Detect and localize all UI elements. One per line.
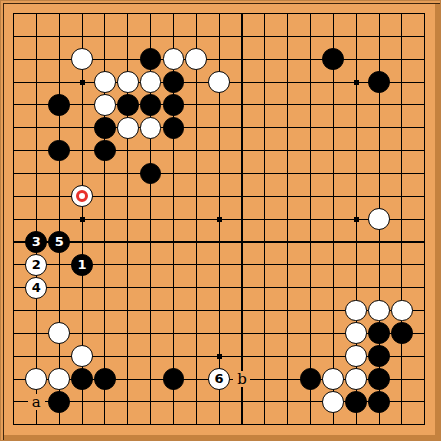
- intersection: [116, 322, 139, 345]
- intersection: [48, 71, 71, 94]
- intersection: [48, 139, 71, 162]
- intersection: [71, 345, 94, 368]
- intersection: [413, 276, 436, 299]
- intersection: [71, 116, 94, 139]
- intersection: [299, 208, 322, 231]
- intersection: b: [231, 368, 254, 391]
- intersection: [345, 322, 368, 345]
- intersection: [322, 93, 345, 116]
- intersection: [25, 322, 48, 345]
- intersection: [93, 299, 116, 322]
- intersection: [231, 71, 254, 94]
- intersection: [368, 185, 391, 208]
- intersection: [390, 2, 413, 25]
- intersection: [2, 139, 25, 162]
- intersection: [116, 299, 139, 322]
- intersection: [208, 231, 231, 254]
- intersection: [185, 276, 208, 299]
- intersection: [345, 208, 368, 231]
- intersection: [253, 208, 276, 231]
- intersection: [322, 48, 345, 71]
- intersection: [208, 25, 231, 48]
- intersection: [208, 93, 231, 116]
- white-stone: [345, 368, 367, 390]
- intersection: 6: [208, 368, 231, 391]
- intersection: [185, 253, 208, 276]
- intersection: [299, 162, 322, 185]
- intersection: [116, 185, 139, 208]
- intersection: [413, 345, 436, 368]
- intersection: [253, 185, 276, 208]
- intersection: [71, 139, 94, 162]
- intersection: [2, 162, 25, 185]
- black-stone: [140, 94, 162, 116]
- intersection: [2, 48, 25, 71]
- move-number: 4: [32, 281, 41, 294]
- intersection: [139, 413, 162, 436]
- intersection: [299, 345, 322, 368]
- intersection: [185, 390, 208, 413]
- intersection: [2, 185, 25, 208]
- intersection: [368, 276, 391, 299]
- intersection: [185, 299, 208, 322]
- intersection: [345, 25, 368, 48]
- intersection: [413, 25, 436, 48]
- intersection: [162, 299, 185, 322]
- intersection: [93, 71, 116, 94]
- intersection: [71, 25, 94, 48]
- white-stone: [117, 117, 139, 139]
- intersection: [25, 116, 48, 139]
- black-stone: [300, 368, 322, 390]
- intersection: [276, 139, 299, 162]
- intersection: [299, 71, 322, 94]
- intersection: [139, 208, 162, 231]
- intersection: [413, 139, 436, 162]
- intersection: [276, 231, 299, 254]
- intersection: [116, 2, 139, 25]
- intersection: [368, 48, 391, 71]
- intersection: 3: [25, 231, 48, 254]
- intersection: [139, 253, 162, 276]
- intersection: [276, 276, 299, 299]
- intersection: [231, 48, 254, 71]
- black-stone: [163, 94, 185, 116]
- intersection: [93, 253, 116, 276]
- intersection: [299, 116, 322, 139]
- intersection: [345, 48, 368, 71]
- intersection: [116, 231, 139, 254]
- intersection: [185, 322, 208, 345]
- intersection: [162, 162, 185, 185]
- intersection: [345, 390, 368, 413]
- intersection: [162, 390, 185, 413]
- white-stone: [71, 185, 93, 207]
- intersection: [253, 162, 276, 185]
- black-stone: [163, 71, 185, 93]
- intersection: [25, 93, 48, 116]
- intersection: [299, 299, 322, 322]
- intersection: [93, 368, 116, 391]
- intersection: [253, 71, 276, 94]
- intersection: [71, 162, 94, 185]
- intersection: [231, 253, 254, 276]
- intersection: 2: [25, 253, 48, 276]
- intersection: [413, 413, 436, 436]
- intersection: [231, 208, 254, 231]
- intersection: [345, 93, 368, 116]
- intersection: [322, 368, 345, 391]
- black-stone: [368, 345, 390, 367]
- intersection: [299, 93, 322, 116]
- intersection: [48, 322, 71, 345]
- intersection: [93, 162, 116, 185]
- intersection: [48, 299, 71, 322]
- intersection: [368, 116, 391, 139]
- black-stone: [163, 117, 185, 139]
- intersection: [276, 253, 299, 276]
- intersection: [116, 139, 139, 162]
- intersection: [162, 368, 185, 391]
- black-stone: [368, 322, 390, 344]
- white-stone: [71, 345, 93, 367]
- intersection: [390, 48, 413, 71]
- black-stone: [94, 368, 116, 390]
- intersection: [25, 185, 48, 208]
- move-number: 1: [78, 258, 87, 271]
- intersection: [116, 413, 139, 436]
- intersection: [93, 93, 116, 116]
- intersection: [345, 276, 368, 299]
- white-stone: 2: [25, 254, 47, 276]
- intersection: [276, 185, 299, 208]
- black-stone: [117, 94, 139, 116]
- intersection: [162, 208, 185, 231]
- intersection: [253, 299, 276, 322]
- intersection: [2, 345, 25, 368]
- intersection: [185, 93, 208, 116]
- black-stone: [163, 368, 185, 390]
- intersection: [116, 48, 139, 71]
- intersection: a: [25, 390, 48, 413]
- intersection: [299, 253, 322, 276]
- white-stone: [322, 391, 344, 413]
- move-number: 5: [55, 235, 64, 248]
- intersection: [413, 162, 436, 185]
- intersection: [276, 345, 299, 368]
- intersection: [299, 368, 322, 391]
- intersection: [185, 368, 208, 391]
- intersection: [368, 71, 391, 94]
- intersection: [253, 345, 276, 368]
- intersection: [162, 322, 185, 345]
- intersection: [162, 276, 185, 299]
- intersection: [48, 162, 71, 185]
- black-stone: [140, 163, 162, 185]
- intersection: [48, 2, 71, 25]
- intersection: [231, 162, 254, 185]
- intersection: [299, 139, 322, 162]
- intersection: [231, 116, 254, 139]
- intersection: [413, 93, 436, 116]
- intersection: [139, 93, 162, 116]
- intersection: [185, 48, 208, 71]
- intersection: [390, 185, 413, 208]
- intersection: [185, 162, 208, 185]
- intersection: [71, 231, 94, 254]
- intersection: [368, 139, 391, 162]
- intersection: [139, 368, 162, 391]
- intersection: [71, 208, 94, 231]
- intersection: [208, 116, 231, 139]
- intersection: [2, 413, 25, 436]
- intersection: [25, 299, 48, 322]
- intersection: [299, 322, 322, 345]
- intersection: [208, 345, 231, 368]
- intersection: [139, 48, 162, 71]
- intersection: [93, 390, 116, 413]
- intersection: [390, 162, 413, 185]
- intersection: [71, 368, 94, 391]
- intersection: [2, 71, 25, 94]
- intersection: [413, 368, 436, 391]
- intersection: [390, 276, 413, 299]
- intersection: [231, 185, 254, 208]
- intersection: [413, 231, 436, 254]
- intersection: [93, 48, 116, 71]
- intersection: [368, 162, 391, 185]
- intersection: [208, 322, 231, 345]
- go-board: 352146ba: [0, 0, 441, 441]
- letter-label: a: [28, 394, 45, 410]
- intersection: [276, 162, 299, 185]
- intersection: [253, 253, 276, 276]
- intersection: [71, 390, 94, 413]
- intersection: [162, 2, 185, 25]
- intersection: [48, 253, 71, 276]
- white-stone: [140, 71, 162, 93]
- intersection: [413, 71, 436, 94]
- intersection: [322, 231, 345, 254]
- intersection: [93, 25, 116, 48]
- intersection: [25, 25, 48, 48]
- intersection: [185, 185, 208, 208]
- intersection: [368, 231, 391, 254]
- intersection: [322, 139, 345, 162]
- intersection: [390, 116, 413, 139]
- intersection: [208, 413, 231, 436]
- intersection: [390, 299, 413, 322]
- intersection: [322, 208, 345, 231]
- intersection: [139, 2, 162, 25]
- intersection: [93, 231, 116, 254]
- intersection: [116, 390, 139, 413]
- intersection: [139, 162, 162, 185]
- intersection: [322, 345, 345, 368]
- intersection: [345, 231, 368, 254]
- intersection: [208, 208, 231, 231]
- intersection: [231, 25, 254, 48]
- intersection: [231, 390, 254, 413]
- intersection: [345, 413, 368, 436]
- intersection: [322, 71, 345, 94]
- intersection: [71, 48, 94, 71]
- intersection: [93, 185, 116, 208]
- black-stone: [48, 140, 70, 162]
- intersection: [208, 162, 231, 185]
- intersection: [368, 390, 391, 413]
- intersection: [413, 116, 436, 139]
- intersection: [2, 2, 25, 25]
- intersection: [139, 322, 162, 345]
- intersection: [231, 276, 254, 299]
- intersection: [390, 25, 413, 48]
- intersection: [185, 231, 208, 254]
- intersection: [253, 93, 276, 116]
- intersection: [253, 390, 276, 413]
- intersection: [390, 93, 413, 116]
- white-stone: [48, 368, 70, 390]
- intersection: [253, 276, 276, 299]
- intersection: [162, 345, 185, 368]
- black-stone: [391, 322, 413, 344]
- intersection: [25, 48, 48, 71]
- white-stone: [48, 322, 70, 344]
- intersection: [413, 299, 436, 322]
- intersection: [25, 413, 48, 436]
- intersection: [2, 368, 25, 391]
- intersection: [390, 139, 413, 162]
- intersection: [93, 208, 116, 231]
- white-stone: [391, 300, 413, 322]
- black-stone: [345, 391, 367, 413]
- black-stone: [322, 48, 344, 70]
- intersection: [139, 299, 162, 322]
- intersection: [48, 208, 71, 231]
- intersection: [93, 322, 116, 345]
- intersection: [345, 299, 368, 322]
- intersection: [162, 185, 185, 208]
- intersection: [322, 253, 345, 276]
- intersection: [368, 322, 391, 345]
- letter-label: b: [233, 371, 250, 387]
- intersection: [185, 208, 208, 231]
- intersection: [162, 253, 185, 276]
- intersection: [185, 345, 208, 368]
- white-stone: [71, 48, 93, 70]
- intersection: [253, 368, 276, 391]
- intersection: [231, 231, 254, 254]
- intersection: [322, 299, 345, 322]
- intersection: [368, 25, 391, 48]
- intersection: [25, 368, 48, 391]
- intersection: [368, 253, 391, 276]
- intersection: [276, 2, 299, 25]
- intersection: [48, 116, 71, 139]
- intersection: [299, 390, 322, 413]
- intersection: [25, 71, 48, 94]
- white-stone: [94, 94, 116, 116]
- intersection: 1: [71, 253, 94, 276]
- white-stone: 6: [208, 368, 230, 390]
- intersection: [48, 93, 71, 116]
- intersection: [48, 390, 71, 413]
- intersection: [139, 25, 162, 48]
- intersection: [413, 185, 436, 208]
- black-stone: 5: [48, 231, 70, 253]
- black-stone: [368, 368, 390, 390]
- move-number: 2: [32, 258, 41, 271]
- intersection: [368, 93, 391, 116]
- intersection: [2, 25, 25, 48]
- intersection: [253, 116, 276, 139]
- intersection: [345, 139, 368, 162]
- intersection: [208, 390, 231, 413]
- intersection: [322, 2, 345, 25]
- intersection: [116, 208, 139, 231]
- intersection: [253, 25, 276, 48]
- intersection: [71, 413, 94, 436]
- intersection: [93, 345, 116, 368]
- intersection: [276, 368, 299, 391]
- intersection: [162, 231, 185, 254]
- black-stone: [368, 71, 390, 93]
- intersection: [139, 116, 162, 139]
- intersection: [368, 345, 391, 368]
- intersection: [368, 208, 391, 231]
- intersection: [231, 345, 254, 368]
- intersection: [231, 139, 254, 162]
- intersection: [231, 299, 254, 322]
- intersection: [253, 139, 276, 162]
- intersection: [2, 299, 25, 322]
- intersection: [253, 413, 276, 436]
- intersection: [116, 71, 139, 94]
- intersection: [162, 25, 185, 48]
- white-stone: [322, 368, 344, 390]
- intersection: [299, 413, 322, 436]
- intersection: [276, 25, 299, 48]
- intersection: [345, 2, 368, 25]
- intersection: [345, 185, 368, 208]
- intersection: [93, 276, 116, 299]
- intersection: [276, 116, 299, 139]
- intersection: [413, 208, 436, 231]
- intersection: [185, 413, 208, 436]
- black-stone: [94, 140, 116, 162]
- intersection: [208, 299, 231, 322]
- white-stone: [163, 48, 185, 70]
- intersection: [162, 139, 185, 162]
- intersection: [162, 413, 185, 436]
- intersection: [185, 116, 208, 139]
- intersection: [116, 253, 139, 276]
- intersection: [368, 299, 391, 322]
- intersection: [48, 368, 71, 391]
- intersection: [2, 231, 25, 254]
- intersection: [71, 299, 94, 322]
- intersection: [162, 93, 185, 116]
- intersection: [48, 185, 71, 208]
- intersection: [413, 48, 436, 71]
- intersection: [162, 116, 185, 139]
- intersection: [208, 71, 231, 94]
- black-stone: 3: [25, 231, 47, 253]
- intersection: [299, 185, 322, 208]
- intersection: [208, 2, 231, 25]
- intersection: 5: [48, 231, 71, 254]
- intersection: [299, 2, 322, 25]
